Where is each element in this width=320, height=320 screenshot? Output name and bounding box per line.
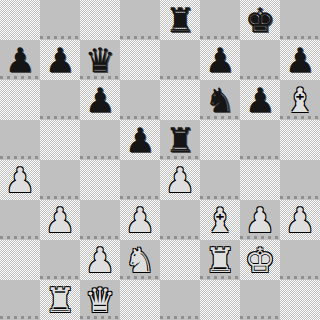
square-a6[interactable] xyxy=(0,80,40,120)
piece-black-pawn[interactable]: ♟ xyxy=(80,80,120,120)
square-e4[interactable]: ♟ xyxy=(160,160,200,200)
square-a3[interactable] xyxy=(0,200,40,240)
square-h7[interactable]: ♟ xyxy=(280,40,320,80)
square-h4[interactable] xyxy=(280,160,320,200)
square-b4[interactable] xyxy=(40,160,80,200)
piece-black-pawn[interactable]: ♟ xyxy=(40,40,80,80)
square-g8[interactable]: ♚ xyxy=(240,0,280,40)
square-c4[interactable] xyxy=(80,160,120,200)
square-a7[interactable]: ♟ xyxy=(0,40,40,80)
square-e1[interactable] xyxy=(160,280,200,320)
square-d2[interactable]: ♞ xyxy=(120,240,160,280)
square-b6[interactable] xyxy=(40,80,80,120)
square-c7[interactable]: ♛ xyxy=(80,40,120,80)
piece-white-pawn[interactable]: ♟ xyxy=(0,160,40,200)
square-d1[interactable] xyxy=(120,280,160,320)
square-d5[interactable]: ♟ xyxy=(120,120,160,160)
piece-white-pawn[interactable]: ♟ xyxy=(240,200,280,240)
piece-white-pawn[interactable]: ♟ xyxy=(40,200,80,240)
square-d8[interactable] xyxy=(120,0,160,40)
square-c6[interactable]: ♟ xyxy=(80,80,120,120)
square-f3[interactable]: ♝ xyxy=(200,200,240,240)
square-c1[interactable]: ♛ xyxy=(80,280,120,320)
square-f6[interactable]: ♞ xyxy=(200,80,240,120)
piece-white-pawn[interactable]: ♟ xyxy=(160,160,200,200)
square-d7[interactable] xyxy=(120,40,160,80)
piece-white-queen[interactable]: ♛ xyxy=(80,280,120,320)
piece-black-knight[interactable]: ♞ xyxy=(200,80,240,120)
square-d4[interactable] xyxy=(120,160,160,200)
square-g1[interactable] xyxy=(240,280,280,320)
piece-white-rook[interactable]: ♜ xyxy=(200,240,240,280)
piece-black-pawn[interactable]: ♟ xyxy=(120,120,160,160)
piece-white-pawn[interactable]: ♟ xyxy=(120,200,160,240)
square-h1[interactable] xyxy=(280,280,320,320)
square-g5[interactable] xyxy=(240,120,280,160)
piece-white-king[interactable]: ♚ xyxy=(240,240,280,280)
square-f5[interactable] xyxy=(200,120,240,160)
square-e2[interactable] xyxy=(160,240,200,280)
square-d3[interactable]: ♟ xyxy=(120,200,160,240)
square-h3[interactable]: ♟ xyxy=(280,200,320,240)
piece-black-pawn[interactable]: ♟ xyxy=(280,40,320,80)
square-b3[interactable]: ♟ xyxy=(40,200,80,240)
square-a1[interactable] xyxy=(0,280,40,320)
square-b2[interactable] xyxy=(40,240,80,280)
square-g7[interactable] xyxy=(240,40,280,80)
square-e8[interactable]: ♜ xyxy=(160,0,200,40)
square-f2[interactable]: ♜ xyxy=(200,240,240,280)
square-e6[interactable] xyxy=(160,80,200,120)
square-g3[interactable]: ♟ xyxy=(240,200,280,240)
piece-black-pawn[interactable]: ♟ xyxy=(240,80,280,120)
piece-black-queen[interactable]: ♛ xyxy=(80,40,120,80)
square-c3[interactable] xyxy=(80,200,120,240)
square-f4[interactable] xyxy=(200,160,240,200)
piece-black-rook[interactable]: ♜ xyxy=(160,0,200,40)
piece-white-bishop[interactable]: ♝ xyxy=(200,200,240,240)
square-a2[interactable] xyxy=(0,240,40,280)
square-f8[interactable] xyxy=(200,0,240,40)
square-h6[interactable]: ♝ xyxy=(280,80,320,120)
square-c8[interactable] xyxy=(80,0,120,40)
square-b8[interactable] xyxy=(40,0,80,40)
piece-white-bishop[interactable]: ♝ xyxy=(280,80,320,120)
square-h2[interactable] xyxy=(280,240,320,280)
square-f7[interactable]: ♟ xyxy=(200,40,240,80)
chess-board: ♜♚♟♟♛♟♟♟♞♟♝♟♜♟♟♟♟♝♟♟♟♞♜♚♜♛ xyxy=(0,0,320,320)
square-a5[interactable] xyxy=(0,120,40,160)
piece-black-king[interactable]: ♚ xyxy=(240,0,280,40)
square-f1[interactable] xyxy=(200,280,240,320)
square-e7[interactable] xyxy=(160,40,200,80)
square-g2[interactable]: ♚ xyxy=(240,240,280,280)
square-g6[interactable]: ♟ xyxy=(240,80,280,120)
piece-black-pawn[interactable]: ♟ xyxy=(200,40,240,80)
square-d6[interactable] xyxy=(120,80,160,120)
piece-black-pawn[interactable]: ♟ xyxy=(0,40,40,80)
square-e3[interactable] xyxy=(160,200,200,240)
square-b7[interactable]: ♟ xyxy=(40,40,80,80)
piece-white-knight[interactable]: ♞ xyxy=(120,240,160,280)
piece-black-rook[interactable]: ♜ xyxy=(160,120,200,160)
square-h8[interactable] xyxy=(280,0,320,40)
square-a8[interactable] xyxy=(0,0,40,40)
square-b1[interactable]: ♜ xyxy=(40,280,80,320)
square-g4[interactable] xyxy=(240,160,280,200)
square-c5[interactable] xyxy=(80,120,120,160)
piece-white-rook[interactable]: ♜ xyxy=(40,280,80,320)
square-c2[interactable]: ♟ xyxy=(80,240,120,280)
square-a4[interactable]: ♟ xyxy=(0,160,40,200)
piece-white-pawn[interactable]: ♟ xyxy=(280,200,320,240)
piece-white-pawn[interactable]: ♟ xyxy=(80,240,120,280)
square-b5[interactable] xyxy=(40,120,80,160)
square-e5[interactable]: ♜ xyxy=(160,120,200,160)
square-h5[interactable] xyxy=(280,120,320,160)
